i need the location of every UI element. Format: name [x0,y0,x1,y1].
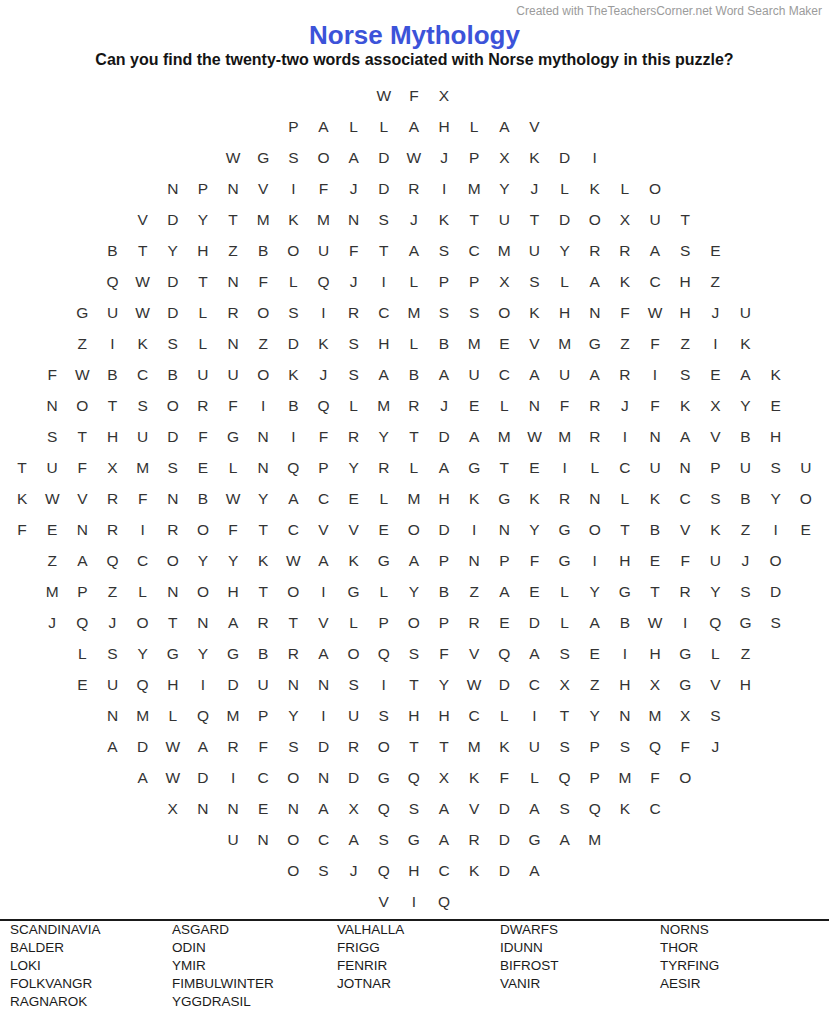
grid-cell[interactable]: S [308,855,338,886]
grid-cell[interactable]: I [610,638,640,669]
grid-cell[interactable]: M [640,700,670,731]
grid-cell[interactable]: U [640,204,670,235]
grid-cell[interactable]: I [278,421,308,452]
grid-cell[interactable]: J [519,173,549,204]
grid-cell[interactable]: K [459,762,489,793]
grid-cell[interactable]: M [459,328,489,359]
grid-cell[interactable]: R [339,421,369,452]
grid-cell[interactable]: I [188,669,218,700]
grid-cell[interactable]: J [37,607,67,638]
grid-cell[interactable]: E [519,452,549,483]
grid-cell[interactable]: A [489,576,519,607]
grid-cell[interactable]: P [489,545,519,576]
grid-cell[interactable]: Y [580,700,610,731]
grid-cell[interactable]: W [369,80,399,111]
grid-cell[interactable]: N [580,297,610,328]
grid-cell[interactable]: M [550,328,580,359]
grid-cell[interactable]: E [248,793,278,824]
grid-cell[interactable]: V [459,793,489,824]
grid-cell[interactable]: N [640,421,670,452]
grid-cell[interactable]: I [700,328,730,359]
grid-cell[interactable]: B [248,235,278,266]
grid-cell[interactable]: T [399,669,429,700]
grid-cell[interactable]: I [218,762,248,793]
grid-cell[interactable]: T [399,421,429,452]
grid-cell[interactable]: Q [399,762,429,793]
grid-cell[interactable]: N [218,328,248,359]
grid-cell[interactable]: T [399,731,429,762]
grid-cell[interactable]: Q [369,793,399,824]
grid-cell[interactable]: K [610,266,640,297]
grid-cell[interactable]: L [339,607,369,638]
grid-cell[interactable]: O [67,390,97,421]
grid-cell[interactable]: H [550,297,580,328]
grid-cell[interactable]: R [218,297,248,328]
grid-cell[interactable]: N [67,514,97,545]
grid-cell[interactable]: M [459,731,489,762]
grid-cell[interactable]: U [218,359,248,390]
grid-cell[interactable]: N [158,173,188,204]
grid-cell[interactable]: J [429,142,459,173]
grid-cell[interactable]: Y [158,235,188,266]
grid-cell[interactable]: G [730,607,760,638]
grid-cell[interactable]: A [519,793,549,824]
grid-cell[interactable]: R [158,514,188,545]
grid-cell[interactable]: I [640,359,670,390]
grid-cell[interactable]: D [429,421,459,452]
grid-cell[interactable]: D [369,142,399,173]
grid-cell[interactable]: Q [128,669,158,700]
grid-cell[interactable]: U [700,545,730,576]
grid-cell[interactable]: R [248,607,278,638]
grid-cell[interactable]: N [278,793,308,824]
grid-cell[interactable]: J [700,297,730,328]
grid-cell[interactable]: R [339,731,369,762]
grid-cell[interactable]: A [399,545,429,576]
grid-cell[interactable]: H [158,669,188,700]
grid-cell[interactable]: Y [580,576,610,607]
grid-cell[interactable]: D [158,297,188,328]
grid-cell[interactable]: C [308,824,338,855]
grid-cell[interactable]: A [459,421,489,452]
grid-cell[interactable]: K [7,483,37,514]
grid-cell[interactable]: Q [580,793,610,824]
grid-cell[interactable]: D [429,514,459,545]
grid-cell[interactable]: R [459,607,489,638]
grid-cell[interactable]: D [218,669,248,700]
grid-cell[interactable]: S [37,421,67,452]
grid-cell[interactable]: S [550,638,580,669]
grid-cell[interactable]: O [761,545,791,576]
grid-cell[interactable]: C [429,855,459,886]
grid-cell[interactable]: G [218,421,248,452]
grid-cell[interactable]: R [188,390,218,421]
grid-cell[interactable]: S [278,142,308,173]
grid-cell[interactable]: O [248,297,278,328]
grid-cell[interactable]: I [128,514,158,545]
grid-cell[interactable]: H [399,855,429,886]
grid-cell[interactable]: N [188,607,218,638]
grid-cell[interactable]: T [7,452,37,483]
grid-cell[interactable]: T [640,576,670,607]
grid-cell[interactable]: I [761,514,791,545]
grid-cell[interactable]: J [339,855,369,886]
grid-cell[interactable]: D [519,607,549,638]
grid-cell[interactable]: H [761,421,791,452]
grid-cell[interactable]: L [610,483,640,514]
grid-cell[interactable]: E [700,359,730,390]
grid-cell[interactable]: R [97,514,127,545]
grid-cell[interactable]: C [459,235,489,266]
grid-cell[interactable]: H [610,545,640,576]
grid-cell[interactable]: Z [610,328,640,359]
grid-cell[interactable]: H [640,638,670,669]
grid-cell[interactable]: U [519,731,549,762]
grid-cell[interactable]: Y [489,173,519,204]
grid-cell[interactable]: Q [278,452,308,483]
grid-cell[interactable]: G [519,824,549,855]
grid-cell[interactable]: V [67,483,97,514]
grid-cell[interactable]: H [188,235,218,266]
grid-cell[interactable]: T [489,452,519,483]
grid-cell[interactable]: L [369,111,399,142]
grid-cell[interactable]: K [339,545,369,576]
grid-cell[interactable]: F [188,421,218,452]
grid-cell[interactable]: F [248,731,278,762]
grid-cell[interactable]: W [67,359,97,390]
grid-cell[interactable]: C [128,545,158,576]
grid-cell[interactable]: S [339,669,369,700]
grid-cell[interactable]: T [519,204,549,235]
grid-cell[interactable]: U [459,359,489,390]
grid-cell[interactable]: P [459,142,489,173]
grid-cell[interactable]: A [399,235,429,266]
grid-cell[interactable]: K [459,483,489,514]
grid-cell[interactable]: O [399,607,429,638]
grid-cell[interactable]: T [128,235,158,266]
grid-cell[interactable]: R [670,576,700,607]
grid-cell[interactable]: Y [218,545,248,576]
grid-cell[interactable]: L [399,266,429,297]
grid-cell[interactable]: F [128,483,158,514]
grid-cell[interactable]: K [489,731,519,762]
grid-cell[interactable]: I [519,700,549,731]
grid-cell[interactable]: B [429,576,459,607]
grid-cell[interactable]: D [550,204,580,235]
grid-cell[interactable]: B [429,328,459,359]
grid-cell[interactable]: A [489,111,519,142]
grid-cell[interactable]: M [459,173,489,204]
grid-cell[interactable]: N [248,452,278,483]
grid-cell[interactable]: O [158,390,188,421]
grid-cell[interactable]: R [610,359,640,390]
grid-cell[interactable]: F [308,173,338,204]
grid-cell[interactable]: L [700,638,730,669]
grid-cell[interactable]: F [399,80,429,111]
grid-cell[interactable]: Z [580,669,610,700]
grid-cell[interactable]: B [278,390,308,421]
grid-cell[interactable]: X [670,700,700,731]
grid-cell[interactable]: X [158,793,188,824]
grid-cell[interactable]: G [339,576,369,607]
grid-cell[interactable]: E [519,576,549,607]
grid-cell[interactable]: M [37,576,67,607]
grid-cell[interactable]: N [188,793,218,824]
grid-cell[interactable]: Q [429,886,459,917]
grid-cell[interactable]: S [700,483,730,514]
grid-cell[interactable]: D [369,173,399,204]
grid-cell[interactable]: K [128,328,158,359]
grid-cell[interactable]: Z [218,235,248,266]
grid-cell[interactable]: I [670,607,700,638]
grid-cell[interactable]: K [519,483,549,514]
grid-cell[interactable]: K [429,204,459,235]
grid-cell[interactable]: N [670,452,700,483]
grid-cell[interactable]: A [429,793,459,824]
grid-cell[interactable]: W [158,762,188,793]
grid-cell[interactable]: L [158,700,188,731]
grid-cell[interactable]: P [278,111,308,142]
grid-cell[interactable]: L [550,607,580,638]
grid-cell[interactable]: F [489,762,519,793]
grid-cell[interactable]: L [339,111,369,142]
grid-cell[interactable]: P [580,762,610,793]
grid-cell[interactable]: O [369,731,399,762]
grid-cell[interactable]: R [580,390,610,421]
grid-cell[interactable]: O [580,204,610,235]
grid-cell[interactable]: C [640,793,670,824]
grid-cell[interactable]: N [218,266,248,297]
grid-cell[interactable]: E [369,514,399,545]
grid-cell[interactable]: L [369,483,399,514]
grid-cell[interactable]: X [700,390,730,421]
grid-cell[interactable]: S [670,235,700,266]
grid-cell[interactable]: G [369,762,399,793]
grid-cell[interactable]: D [158,204,188,235]
grid-cell[interactable]: O [580,514,610,545]
grid-cell[interactable]: F [248,266,278,297]
grid-cell[interactable]: U [640,452,670,483]
grid-cell[interactable]: T [278,607,308,638]
grid-cell[interactable]: X [339,793,369,824]
grid-cell[interactable]: Y [730,390,760,421]
grid-cell[interactable]: S [519,266,549,297]
grid-cell[interactable]: W [399,142,429,173]
grid-cell[interactable]: M [489,421,519,452]
grid-cell[interactable]: S [158,452,188,483]
grid-cell[interactable]: U [218,824,248,855]
grid-cell[interactable]: G [580,328,610,359]
grid-cell[interactable]: F [7,514,37,545]
grid-cell[interactable]: C [278,514,308,545]
grid-cell[interactable]: Y [188,204,218,235]
grid-cell[interactable]: Q [700,607,730,638]
grid-cell[interactable]: I [429,173,459,204]
grid-cell[interactable]: V [459,638,489,669]
grid-cell[interactable]: O [188,514,218,545]
grid-cell[interactable]: A [97,731,127,762]
grid-cell[interactable]: I [97,328,127,359]
grid-cell[interactable]: A [399,111,429,142]
grid-cell[interactable]: Q [550,762,580,793]
grid-cell[interactable]: O [278,855,308,886]
grid-cell[interactable]: H [218,576,248,607]
grid-cell[interactable]: F [640,390,670,421]
grid-cell[interactable]: I [580,545,610,576]
grid-cell[interactable]: L [550,266,580,297]
grid-cell[interactable]: J [700,731,730,762]
grid-cell[interactable]: A [128,762,158,793]
grid-cell[interactable]: Q [640,731,670,762]
grid-cell[interactable]: O [670,762,700,793]
grid-cell[interactable]: J [339,173,369,204]
grid-cell[interactable]: P [188,173,218,204]
grid-cell[interactable]: W [158,731,188,762]
grid-cell[interactable]: S [399,638,429,669]
grid-cell[interactable]: J [399,204,429,235]
grid-cell[interactable]: B [248,638,278,669]
grid-cell[interactable]: F [429,638,459,669]
grid-cell[interactable]: W [218,483,248,514]
grid-cell[interactable]: K [670,390,700,421]
grid-cell[interactable]: L [489,390,519,421]
grid-cell[interactable]: A [429,452,459,483]
grid-cell[interactable]: M [128,700,158,731]
grid-cell[interactable]: R [580,421,610,452]
grid-cell[interactable]: R [550,483,580,514]
grid-cell[interactable]: E [489,607,519,638]
grid-cell[interactable]: O [278,576,308,607]
grid-cell[interactable]: A [339,824,369,855]
grid-cell[interactable]: G [459,452,489,483]
grid-cell[interactable]: J [429,390,459,421]
grid-cell[interactable]: G [550,545,580,576]
grid-cell[interactable]: N [580,483,610,514]
grid-cell[interactable]: N [339,204,369,235]
grid-cell[interactable]: U [550,359,580,390]
grid-cell[interactable]: A [188,731,218,762]
grid-cell[interactable]: R [218,731,248,762]
grid-cell[interactable]: F [640,328,670,359]
grid-cell[interactable]: G [369,545,399,576]
grid-cell[interactable]: Y [550,235,580,266]
grid-cell[interactable]: M [308,204,338,235]
grid-cell[interactable]: E [700,235,730,266]
grid-cell[interactable]: T [218,204,248,235]
grid-cell[interactable]: C [489,359,519,390]
grid-cell[interactable]: H [429,700,459,731]
grid-cell[interactable]: V [700,421,730,452]
grid-cell[interactable]: A [519,638,549,669]
grid-cell[interactable]: M [580,824,610,855]
grid-cell[interactable]: C [519,669,549,700]
grid-cell[interactable]: N [308,669,338,700]
grid-cell[interactable]: R [278,638,308,669]
grid-cell[interactable]: K [308,328,338,359]
grid-cell[interactable]: S [339,328,369,359]
grid-cell[interactable]: W [37,483,67,514]
grid-cell[interactable]: M [399,483,429,514]
grid-cell[interactable]: H [610,669,640,700]
grid-cell[interactable]: G [610,576,640,607]
grid-cell[interactable]: E [67,669,97,700]
grid-cell[interactable]: F [519,545,549,576]
grid-cell[interactable]: Z [730,514,760,545]
grid-cell[interactable]: S [278,297,308,328]
grid-cell[interactable]: A [580,266,610,297]
grid-cell[interactable]: B [730,483,760,514]
grid-cell[interactable]: I [308,297,338,328]
grid-cell[interactable]: L [519,762,549,793]
grid-cell[interactable]: M [369,390,399,421]
grid-cell[interactable]: U [188,359,218,390]
grid-cell[interactable]: P [580,731,610,762]
grid-cell[interactable]: A [369,359,399,390]
grid-cell[interactable]: M [489,235,519,266]
grid-cell[interactable]: V [339,514,369,545]
grid-cell[interactable]: K [761,359,791,390]
grid-cell[interactable]: L [339,390,369,421]
grid-cell[interactable]: T [97,390,127,421]
grid-cell[interactable]: A [308,111,338,142]
grid-cell[interactable]: S [128,390,158,421]
grid-cell[interactable]: I [580,142,610,173]
grid-cell[interactable]: K [519,297,549,328]
grid-cell[interactable]: Y [339,452,369,483]
grid-cell[interactable]: M [128,452,158,483]
grid-cell[interactable]: Y [519,514,549,545]
grid-cell[interactable]: D [489,824,519,855]
grid-cell[interactable]: L [218,452,248,483]
grid-cell[interactable]: A [429,824,459,855]
grid-cell[interactable]: N [158,483,188,514]
grid-cell[interactable]: V [700,669,730,700]
grid-cell[interactable]: S [158,328,188,359]
grid-cell[interactable]: G [67,297,97,328]
grid-cell[interactable]: Y [188,638,218,669]
grid-cell[interactable]: N [218,793,248,824]
grid-cell[interactable]: U [730,297,760,328]
grid-cell[interactable]: U [128,421,158,452]
grid-cell[interactable]: A [550,824,580,855]
grid-cell[interactable]: M [248,204,278,235]
grid-cell[interactable]: X [429,762,459,793]
grid-cell[interactable]: R [97,483,127,514]
grid-cell[interactable]: F [218,514,248,545]
grid-cell[interactable]: L [278,266,308,297]
grid-cell[interactable]: J [97,607,127,638]
grid-cell[interactable]: A [519,855,549,886]
grid-cell[interactable]: U [37,452,67,483]
grid-cell[interactable]: Q [369,638,399,669]
grid-cell[interactable]: P [429,607,459,638]
grid-cell[interactable]: L [489,700,519,731]
grid-cell[interactable]: W [519,421,549,452]
grid-cell[interactable]: X [489,142,519,173]
grid-cell[interactable]: I [399,886,429,917]
grid-cell[interactable]: N [248,421,278,452]
grid-cell[interactable]: O [399,514,429,545]
grid-cell[interactable]: U [791,452,821,483]
grid-cell[interactable]: Z [67,328,97,359]
grid-cell[interactable]: P [429,545,459,576]
grid-cell[interactable]: I [278,173,308,204]
grid-cell[interactable]: T [188,266,218,297]
grid-cell[interactable]: V [248,173,278,204]
grid-cell[interactable]: W [640,297,670,328]
grid-cell[interactable]: G [248,142,278,173]
grid-cell[interactable]: A [730,359,760,390]
